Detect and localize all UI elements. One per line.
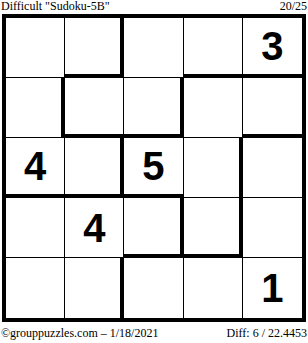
cell-r2c5[interactable] — [243, 78, 302, 138]
cell-r5c5[interactable]: 1 — [243, 258, 302, 318]
cell-r3c3[interactable]: 5 — [124, 138, 183, 198]
cell-r2c4[interactable] — [184, 78, 243, 138]
footer: ©grouppuzzles.com – 1/18/2021 Diff: 6 / … — [1, 327, 307, 340]
cell-r1c2[interactable] — [65, 18, 124, 78]
header: Difficult "Sudoku-5B" 20/25 — [1, 0, 307, 13]
cell-r4c4[interactable] — [184, 198, 243, 258]
given-digit: 3 — [261, 26, 283, 66]
cell-r4c2[interactable]: 4 — [65, 198, 124, 258]
cell-r2c2[interactable] — [65, 78, 124, 138]
sudoku-board: 34541 — [2, 14, 306, 322]
cell-r1c1[interactable] — [6, 18, 65, 78]
cell-r3c1[interactable]: 4 — [6, 138, 65, 198]
cell-r5c2[interactable] — [65, 258, 124, 318]
given-digit: 1 — [261, 268, 283, 308]
puzzle-title: Difficult "Sudoku-5B" — [1, 0, 110, 13]
cell-r4c3[interactable] — [124, 198, 183, 258]
cell-r2c1[interactable] — [6, 78, 65, 138]
cell-r3c5[interactable] — [243, 138, 302, 198]
cell-r5c3[interactable] — [124, 258, 183, 318]
cell-r1c3[interactable] — [124, 18, 183, 78]
cell-r2c3[interactable] — [124, 78, 183, 138]
cell-r5c4[interactable] — [184, 258, 243, 318]
difficulty-text: Diff: 6 / 22.4453 — [227, 327, 307, 340]
given-digit: 4 — [24, 146, 46, 186]
copyright-text: ©grouppuzzles.com – 1/18/2021 — [1, 327, 158, 340]
cell-r4c5[interactable] — [243, 198, 302, 258]
cell-r5c1[interactable] — [6, 258, 65, 318]
cell-r1c4[interactable] — [184, 18, 243, 78]
cell-r3c2[interactable] — [65, 138, 124, 198]
given-digit: 5 — [142, 146, 164, 186]
cell-r3c4[interactable] — [184, 138, 243, 198]
cell-r4c1[interactable] — [6, 198, 65, 258]
given-digit: 4 — [83, 208, 105, 248]
cell-r1c5[interactable]: 3 — [243, 18, 302, 78]
puzzle-counter: 20/25 — [280, 0, 307, 13]
